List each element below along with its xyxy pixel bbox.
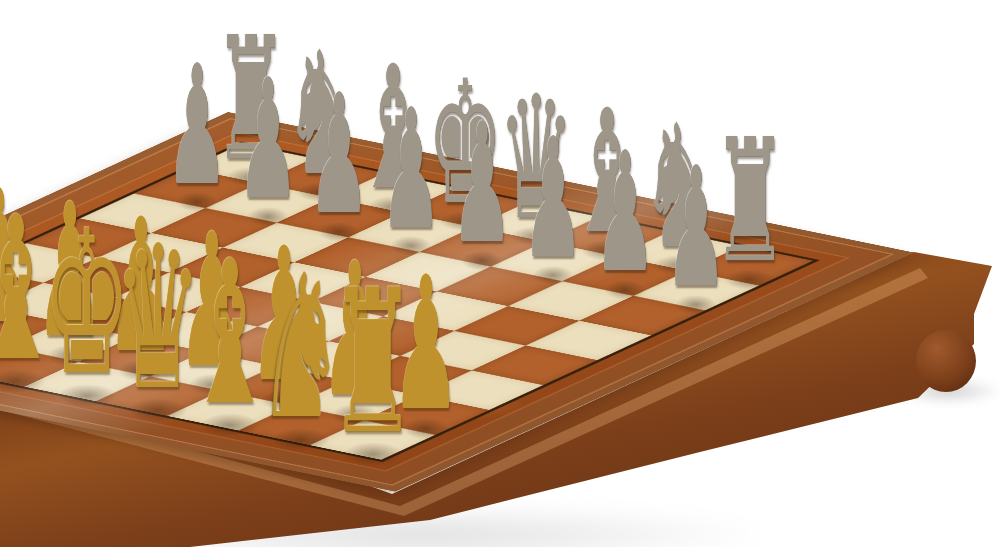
- bun-foot: [916, 330, 976, 392]
- product-photo-stage: ♜♞♝♛♚♝♞♜♟♟♟♟♟♟♟♟♟♟♟♟♟♟♟♟♜♞♝♛♚♝♞♜: [0, 0, 1000, 547]
- chess-board-frame: [0, 112, 914, 492]
